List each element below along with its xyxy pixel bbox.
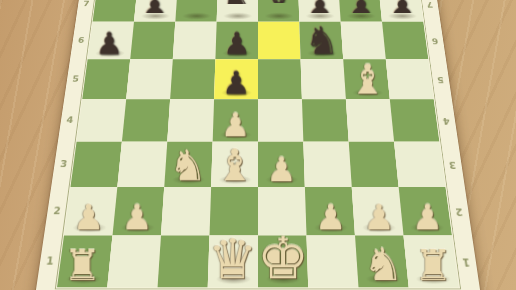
rank-label-left-3: 3 (56, 158, 70, 170)
white-pawn-icon: ♟ (412, 200, 443, 235)
rank-label-right-1: 1 (458, 254, 474, 268)
piece-white-P-d4[interactable]: ♟ (213, 99, 258, 141)
piece-white-N-g1[interactable]: ♞ (355, 236, 409, 288)
square-a5[interactable] (82, 59, 130, 99)
piece-white-P-f2[interactable]: ♟ (305, 187, 355, 235)
square-b4[interactable] (122, 99, 170, 141)
black-bishop-icon: ♝ (261, 0, 296, 22)
square-b6[interactable] (130, 22, 175, 60)
piece-black-P-d5[interactable]: ♟ (214, 59, 258, 99)
square-c6[interactable] (173, 22, 217, 60)
piece-black-N-d7[interactable]: ♞ (217, 0, 258, 22)
chess-app-scene: 8877665544332211aabbccddeeffgghh♜♝♚♜♟♛♞♝… (0, 0, 516, 290)
white-pawn-icon: ♟ (363, 200, 394, 235)
piece-black-B-e7[interactable]: ♝ (258, 0, 299, 22)
square-a7[interactable] (93, 0, 138, 22)
rank-label-right-7: 7 (424, 0, 437, 9)
square-g6[interactable] (341, 22, 386, 60)
square-e5[interactable] (258, 59, 302, 99)
piece-black-N-f6[interactable]: ♞ (299, 22, 343, 60)
square-g3[interactable] (349, 142, 399, 187)
square-f5[interactable] (301, 59, 346, 99)
piece-white-P-e3[interactable]: ♟ (258, 142, 305, 187)
piece-black-P-h7[interactable]: ♟ (378, 0, 423, 22)
square-g4[interactable] (346, 99, 394, 141)
square-h3[interactable] (394, 142, 445, 187)
piece-white-P-g2[interactable]: ♟ (352, 187, 404, 235)
black-pawn-icon: ♟ (389, 0, 416, 22)
piece-black-P-b7[interactable]: ♟ (134, 0, 178, 22)
black-knight-icon: ♞ (221, 0, 254, 22)
piece-white-N-c3[interactable]: ♞ (164, 142, 212, 187)
rank-label-right-6: 6 (428, 35, 441, 45)
white-rook-icon: ♜ (414, 245, 452, 287)
piece-black-P-g7[interactable]: ♟ (338, 0, 382, 22)
square-a4[interactable] (77, 99, 127, 141)
piece-white-K-e1[interactable]: ♚ (258, 236, 308, 288)
square-e4[interactable] (258, 99, 303, 141)
square-e6[interactable] (258, 22, 301, 60)
piece-white-P-h2[interactable]: ♟ (399, 187, 452, 235)
rank-label-right-4: 4 (439, 114, 453, 126)
piece-white-Q-d1[interactable]: ♛ (208, 236, 258, 288)
white-pawn-icon: ♟ (315, 200, 346, 235)
square-b3[interactable] (117, 142, 167, 187)
chess-board[interactable]: 8877665544332211aabbccddeeffgghh♜♝♚♜♟♛♞♝… (33, 0, 483, 290)
square-c5[interactable] (170, 59, 215, 99)
rank-label-left-6: 6 (75, 35, 88, 45)
white-bishop-icon: ♝ (215, 143, 254, 187)
black-knight-icon: ♞ (305, 21, 339, 59)
white-rook-icon: ♜ (64, 245, 102, 287)
piece-white-P-b2[interactable]: ♟ (112, 187, 164, 235)
white-pawn-icon: ♟ (266, 153, 296, 187)
black-pawn-icon: ♟ (222, 68, 251, 100)
piece-black-P-a6[interactable]: ♟ (88, 22, 134, 60)
rank-label-left-4: 4 (63, 114, 77, 126)
piece-white-B-d3[interactable]: ♝ (211, 142, 258, 187)
piece-white-B-g5[interactable]: ♝ (343, 59, 390, 99)
piece-black-P-d6[interactable]: ♟ (215, 22, 258, 60)
white-pawn-icon: ♟ (73, 200, 104, 235)
white-bishop-icon: ♝ (349, 58, 386, 99)
square-b5[interactable] (126, 59, 173, 99)
square-h5[interactable] (386, 59, 434, 99)
rank-label-left-1: 1 (42, 254, 58, 268)
square-h4[interactable] (390, 99, 440, 141)
black-pawn-icon: ♟ (141, 0, 168, 22)
rank-label-right-2: 2 (452, 204, 467, 217)
piece-white-P-a2[interactable]: ♟ (64, 187, 117, 235)
square-h6[interactable] (382, 22, 428, 60)
white-knight-icon: ♞ (169, 145, 207, 187)
square-c2[interactable] (161, 187, 211, 235)
white-king-icon: ♚ (257, 229, 309, 287)
white-pawn-icon: ♟ (221, 109, 250, 142)
rank-label-left-5: 5 (69, 73, 82, 84)
white-pawn-icon: ♟ (121, 200, 152, 235)
rank-label-right-5: 5 (434, 73, 447, 84)
rank-label-right-3: 3 (445, 158, 459, 170)
square-f4[interactable] (302, 99, 349, 141)
square-c4[interactable] (167, 99, 214, 141)
rank-label-left-2: 2 (49, 204, 64, 217)
square-f3[interactable] (303, 142, 351, 187)
piece-black-Q-c7[interactable]: ♛ (175, 0, 218, 22)
black-pawn-icon: ♟ (348, 0, 375, 22)
black-pawn-icon: ♟ (223, 29, 251, 60)
square-a3[interactable] (70, 142, 121, 187)
black-pawn-icon: ♟ (95, 29, 123, 60)
rank-label-left-7: 7 (80, 0, 93, 9)
white-knight-icon: ♞ (363, 242, 404, 287)
white-queen-icon: ♛ (208, 232, 257, 287)
